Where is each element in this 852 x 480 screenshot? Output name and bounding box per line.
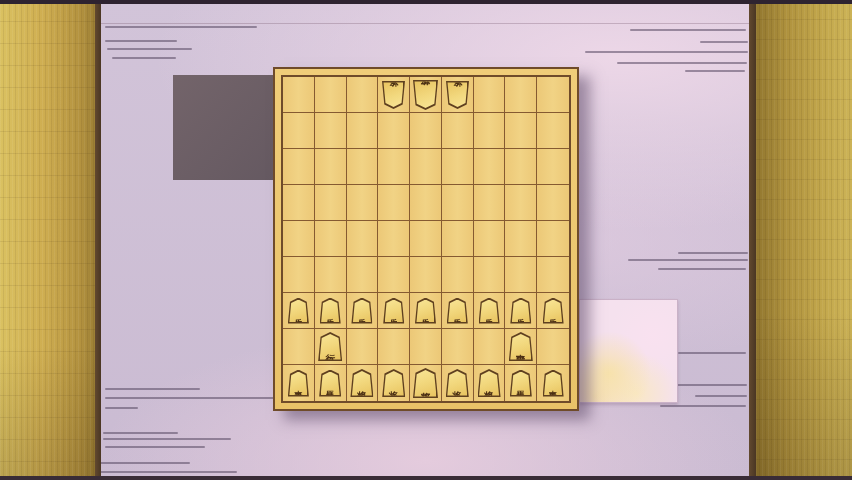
square-9a[interactable] (283, 77, 315, 113)
square-6h[interactable] (378, 329, 410, 365)
square-2d[interactable] (505, 185, 537, 221)
square-8b[interactable] (315, 113, 347, 149)
piece-face: 歩兵 (353, 300, 371, 323)
square-1f[interactable] (537, 257, 569, 293)
motion-streak (112, 57, 176, 59)
square-8c[interactable] (315, 149, 347, 185)
piece-sente-pawn[interactable]: 歩兵 (288, 298, 309, 324)
square-5e[interactable] (410, 221, 442, 257)
motion-streak (100, 471, 237, 473)
square-1a[interactable] (537, 77, 569, 113)
square-6f[interactable] (378, 257, 410, 293)
square-9b[interactable] (283, 113, 315, 149)
piece-face: 王将 (414, 81, 436, 108)
square-3i[interactable]: 銀将 (474, 365, 506, 401)
square-8i[interactable]: 桂馬 (315, 365, 347, 401)
square-8d[interactable] (315, 185, 347, 221)
square-9i[interactable]: 香車 (283, 365, 315, 401)
square-6d[interactable] (378, 185, 410, 221)
motion-streak (105, 446, 205, 448)
piece-sente-pawn[interactable]: 歩兵 (479, 298, 500, 324)
piece-face: 歩兵 (416, 300, 434, 323)
piece-sente-bishop[interactable]: 角行 (318, 332, 342, 361)
piece-face: 王将 (414, 370, 436, 397)
square-4f[interactable] (442, 257, 474, 293)
square-8a[interactable] (315, 77, 347, 113)
motion-streak (103, 432, 178, 434)
square-7e[interactable] (347, 221, 379, 257)
square-7f[interactable] (347, 257, 379, 293)
square-5h[interactable] (410, 329, 442, 365)
piece-sente-knight[interactable]: 桂馬 (510, 370, 532, 397)
piece-sente-pawn[interactable]: 歩兵 (415, 298, 436, 324)
piece-sente-king[interactable]: 王将 (413, 368, 438, 398)
square-2i[interactable]: 桂馬 (505, 365, 537, 401)
piece-face: 銀将 (479, 371, 499, 396)
piece-gote-gold[interactable]: 金将 (446, 81, 469, 109)
motion-streak (585, 51, 748, 53)
square-1g[interactable]: 歩兵 (537, 293, 569, 329)
square-2h[interactable]: 飛車 (505, 329, 537, 365)
square-3c[interactable] (474, 149, 506, 185)
piece-sente-lance[interactable]: 香車 (543, 370, 564, 397)
square-3e[interactable] (474, 221, 506, 257)
motion-streak (660, 405, 746, 407)
square-9c[interactable] (283, 149, 315, 185)
square-9h[interactable] (283, 329, 315, 365)
right-pillar-edge (749, 0, 756, 480)
square-7b[interactable] (347, 113, 379, 149)
piece-sente-pawn[interactable]: 歩兵 (510, 298, 531, 324)
piece-sente-rook[interactable]: 飛車 (509, 332, 533, 361)
piece-face: 金将 (447, 82, 467, 107)
square-2a[interactable] (505, 77, 537, 113)
square-4c[interactable] (442, 149, 474, 185)
motion-streak (658, 268, 746, 270)
square-5g[interactable]: 歩兵 (410, 293, 442, 329)
square-7c[interactable] (347, 149, 379, 185)
square-5d[interactable] (410, 185, 442, 221)
square-1b[interactable] (537, 113, 569, 149)
square-3g[interactable]: 歩兵 (474, 293, 506, 329)
piece-gote-king[interactable]: 王将 (413, 80, 438, 110)
square-5f[interactable] (410, 257, 442, 293)
piece-face: 飛車 (510, 334, 531, 360)
piece-face: 桂馬 (511, 372, 530, 396)
motion-streak (695, 395, 747, 397)
piece-face: 歩兵 (512, 300, 530, 323)
piece-face: 香車 (289, 372, 307, 396)
square-5b[interactable] (410, 113, 442, 149)
square-6c[interactable] (378, 149, 410, 185)
shogi-board: 金将王将金将歩兵歩兵歩兵歩兵歩兵歩兵歩兵歩兵歩兵角行飛車香車桂馬銀将金将王将金将… (273, 67, 579, 411)
piece-sente-silver[interactable]: 銀将 (350, 369, 373, 397)
square-3h[interactable] (474, 329, 506, 365)
wall-top-edge-line (97, 23, 755, 24)
motion-streak (105, 388, 200, 390)
square-6i[interactable]: 金将 (378, 365, 410, 401)
square-3b[interactable] (474, 113, 506, 149)
motion-streak (700, 41, 748, 43)
square-2b[interactable] (505, 113, 537, 149)
square-7d[interactable] (347, 185, 379, 221)
square-4g[interactable]: 歩兵 (442, 293, 474, 329)
square-9g[interactable]: 歩兵 (283, 293, 315, 329)
right-wood-panel (756, 0, 852, 480)
square-7h[interactable] (347, 329, 379, 365)
piece-sente-gold[interactable]: 金将 (446, 369, 469, 397)
piece-face: 角行 (320, 334, 341, 360)
piece-face: 歩兵 (385, 300, 403, 323)
square-8e[interactable] (315, 221, 347, 257)
motion-streak (105, 397, 298, 399)
square-6a[interactable]: 金将 (378, 77, 410, 113)
square-7g[interactable]: 歩兵 (347, 293, 379, 329)
motion-streak (678, 352, 746, 354)
motion-streak (100, 462, 190, 464)
square-9e[interactable] (283, 221, 315, 257)
scene: 金将王将金将歩兵歩兵歩兵歩兵歩兵歩兵歩兵歩兵歩兵角行飛車香車桂馬銀将金将王将金将… (0, 0, 852, 480)
bottom-frame-bar (0, 476, 852, 480)
top-frame-bar (0, 0, 852, 4)
motion-streak (105, 407, 138, 409)
square-3f[interactable] (474, 257, 506, 293)
piece-gote-gold[interactable]: 金将 (382, 81, 405, 109)
square-6g[interactable]: 歩兵 (378, 293, 410, 329)
piece-face: 歩兵 (480, 300, 498, 323)
piece-sente-silver[interactable]: 銀将 (478, 369, 501, 397)
square-8f[interactable] (315, 257, 347, 293)
piece-sente-knight[interactable]: 桂馬 (319, 370, 341, 397)
motion-streak (675, 384, 747, 386)
square-7a[interactable] (347, 77, 379, 113)
square-1d[interactable] (537, 185, 569, 221)
piece-sente-pawn[interactable]: 歩兵 (543, 298, 564, 324)
piece-face: 金将 (447, 371, 467, 396)
piece-sente-pawn[interactable]: 歩兵 (383, 298, 404, 324)
motion-streak (107, 48, 192, 50)
square-1e[interactable] (537, 221, 569, 257)
square-1h[interactable] (537, 329, 569, 365)
square-2f[interactable] (505, 257, 537, 293)
square-4i[interactable]: 金将 (442, 365, 474, 401)
square-1c[interactable] (537, 149, 569, 185)
motion-streak (617, 62, 747, 64)
square-8h[interactable]: 角行 (315, 329, 347, 365)
square-4a[interactable]: 金将 (442, 77, 474, 113)
square-9d[interactable] (283, 185, 315, 221)
left-pillar-edge (95, 0, 101, 480)
piece-face: 歩兵 (289, 300, 307, 323)
square-5a[interactable]: 王将 (410, 77, 442, 113)
square-6e[interactable] (378, 221, 410, 257)
square-5i[interactable]: 王将 (410, 365, 442, 401)
square-9f[interactable] (283, 257, 315, 293)
square-6b[interactable] (378, 113, 410, 149)
square-4e[interactable] (442, 221, 474, 257)
motion-streak (628, 259, 748, 261)
square-2c[interactable] (505, 149, 537, 185)
piece-face: 歩兵 (544, 300, 562, 323)
piece-sente-lance[interactable]: 香車 (288, 370, 309, 397)
square-3a[interactable] (474, 77, 506, 113)
motion-streak (685, 70, 745, 72)
pink-floral-cushion (579, 299, 678, 403)
shogi-board-grid: 金将王将金将歩兵歩兵歩兵歩兵歩兵歩兵歩兵歩兵歩兵角行飛車香車桂馬銀将金将王将金将… (281, 75, 571, 403)
piece-face: 歩兵 (448, 300, 466, 323)
motion-streak (105, 40, 177, 42)
piece-face: 金将 (384, 371, 404, 396)
square-4h[interactable] (442, 329, 474, 365)
motion-streak (678, 252, 748, 254)
piece-face: 金将 (384, 82, 404, 107)
square-5c[interactable] (410, 149, 442, 185)
square-8g[interactable]: 歩兵 (315, 293, 347, 329)
square-2e[interactable] (505, 221, 537, 257)
square-2g[interactable]: 歩兵 (505, 293, 537, 329)
motion-streak (105, 26, 257, 28)
piece-face: 桂馬 (321, 372, 340, 396)
square-4b[interactable] (442, 113, 474, 149)
square-7i[interactable]: 銀将 (347, 365, 379, 401)
square-1i[interactable]: 香車 (537, 365, 569, 401)
piece-sente-gold[interactable]: 金将 (382, 369, 405, 397)
square-3d[interactable] (474, 185, 506, 221)
motion-streak (103, 438, 231, 440)
piece-sente-pawn[interactable]: 歩兵 (351, 298, 372, 324)
square-4d[interactable] (442, 185, 474, 221)
motion-streak (630, 29, 746, 31)
piece-sente-pawn[interactable]: 歩兵 (320, 298, 341, 324)
piece-face: 香車 (544, 372, 562, 396)
left-wood-panel (0, 0, 95, 480)
piece-face: 歩兵 (321, 300, 339, 323)
piece-sente-pawn[interactable]: 歩兵 (447, 298, 468, 324)
piece-face: 銀将 (352, 371, 372, 396)
gray-cushion (173, 75, 277, 180)
